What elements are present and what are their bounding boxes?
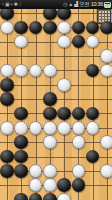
white-stone xyxy=(29,64,43,78)
white-stone xyxy=(43,164,57,178)
alarm-icon: ◷ xyxy=(63,0,67,9)
white-stone xyxy=(57,78,71,92)
black-stone xyxy=(86,107,100,121)
black-stone xyxy=(14,150,28,164)
white-stone xyxy=(14,64,28,78)
black-stone xyxy=(0,164,14,178)
white-stone xyxy=(43,178,57,192)
black-stone xyxy=(72,35,86,49)
status-bar: ◔▣•✱↓ ◷▲▟오전 10:36 xyxy=(0,0,112,9)
black-stone xyxy=(86,64,100,78)
white-stone xyxy=(100,135,112,149)
wifi-icon: ▲ xyxy=(68,0,73,9)
black-stone xyxy=(43,21,57,35)
black-stone xyxy=(72,21,86,35)
white-stone xyxy=(100,49,112,63)
white-stone xyxy=(100,164,112,178)
black-stone xyxy=(29,193,43,200)
white-stone xyxy=(86,121,100,135)
notification-icon-3: • xyxy=(11,0,13,9)
white-stone xyxy=(100,64,112,78)
white-stone xyxy=(29,164,43,178)
notification-icon-4: ✱ xyxy=(14,0,18,9)
white-stone xyxy=(29,178,43,192)
black-stone xyxy=(0,92,14,106)
black-stone xyxy=(86,150,100,164)
white-stone xyxy=(0,64,14,78)
white-stone xyxy=(57,35,71,49)
status-bar-system-area: ◷▲▟오전 10:36 xyxy=(62,0,112,9)
white-stone xyxy=(29,121,43,135)
white-stone xyxy=(72,135,86,149)
white-stone xyxy=(14,35,28,49)
black-stone xyxy=(14,135,28,149)
black-stone xyxy=(0,150,14,164)
white-stone xyxy=(43,64,57,78)
white-stone xyxy=(57,121,71,135)
grid-line-horizontal xyxy=(0,56,112,57)
white-stone xyxy=(0,21,14,35)
download-icon: ↓ xyxy=(19,0,22,9)
black-stone xyxy=(43,193,57,200)
signal-icon: ▟ xyxy=(74,0,78,9)
black-stone xyxy=(14,107,28,121)
white-stone xyxy=(57,193,71,200)
black-stone xyxy=(14,164,28,178)
black-stone xyxy=(43,92,57,106)
black-stone xyxy=(14,21,28,35)
go-board[interactable] xyxy=(0,9,112,200)
white-stone xyxy=(86,35,100,49)
white-stone xyxy=(72,164,86,178)
white-stone xyxy=(57,21,71,35)
black-stone xyxy=(0,9,14,20)
black-stone xyxy=(86,21,100,35)
white-stone xyxy=(43,121,57,135)
notification-icon-1: ◔ xyxy=(1,0,4,9)
white-stone xyxy=(72,121,86,135)
black-stone xyxy=(72,178,86,192)
notification-icon-2: ▣ xyxy=(5,0,10,9)
black-stone xyxy=(57,178,71,192)
white-stone xyxy=(43,135,57,149)
white-stone xyxy=(14,121,28,135)
black-stone xyxy=(57,9,71,20)
battery-icon xyxy=(104,2,111,8)
black-stone xyxy=(57,107,71,121)
clock-text: 오전 10:36 xyxy=(79,0,103,9)
status-bar-notification-area: ◔▣•✱↓ xyxy=(0,0,22,9)
black-stone xyxy=(43,107,57,121)
black-stone xyxy=(0,78,14,92)
black-stone xyxy=(29,21,43,35)
black-stone xyxy=(43,9,57,20)
black-stone xyxy=(100,21,112,35)
grid-line-horizontal xyxy=(0,85,112,86)
white-stone xyxy=(0,121,14,135)
black-stone xyxy=(72,107,86,121)
black-stone xyxy=(14,193,28,200)
